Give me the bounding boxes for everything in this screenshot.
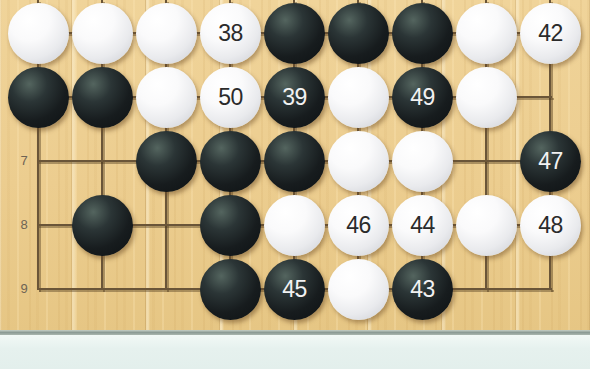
go-stone-white — [456, 195, 517, 256]
go-stone-black — [328, 3, 389, 64]
go-stone-black — [72, 67, 133, 128]
go-stone-black — [200, 195, 261, 256]
go-stone-black: 39 — [264, 67, 325, 128]
move-number: 49 — [410, 84, 435, 111]
go-stone-white: 46 — [328, 195, 389, 256]
go-stone-black: 43 — [392, 259, 453, 320]
move-number: 38 — [218, 20, 243, 47]
go-stone-white — [456, 67, 517, 128]
go-stone-white — [328, 67, 389, 128]
go-stone-black — [200, 259, 261, 320]
go-stone-white — [136, 67, 197, 128]
go-stone-white — [328, 259, 389, 320]
go-stone-white — [8, 3, 69, 64]
go-stone-black: 49 — [392, 67, 453, 128]
go-stone-black — [8, 67, 69, 128]
go-stone-white: 50 — [200, 67, 261, 128]
go-stone-black — [136, 131, 197, 192]
go-stone-white: 42 — [520, 3, 581, 64]
go-stone-black — [264, 3, 325, 64]
move-number: 45 — [282, 276, 307, 303]
move-number: 48 — [538, 212, 563, 239]
go-stone-white — [136, 3, 197, 64]
go-stone-black — [264, 131, 325, 192]
go-app-screen: 7893842503949474644484543 — [0, 0, 590, 369]
move-number: 50 — [218, 84, 243, 111]
go-stone-white — [456, 3, 517, 64]
move-number: 47 — [538, 148, 563, 175]
go-stone-white — [72, 3, 133, 64]
go-stone-black: 47 — [520, 131, 581, 192]
move-number: 39 — [282, 84, 307, 111]
go-stone-black: 45 — [264, 259, 325, 320]
row-coordinate-label: 8 — [13, 217, 35, 233]
move-number: 42 — [538, 20, 563, 47]
go-stone-white — [392, 131, 453, 192]
row-coordinate-label: 7 — [13, 153, 35, 169]
go-stone-white: 48 — [520, 195, 581, 256]
move-number: 46 — [346, 212, 371, 239]
go-stone-white: 38 — [200, 3, 261, 64]
move-number: 44 — [410, 212, 435, 239]
go-stone-black — [72, 195, 133, 256]
background-area — [0, 335, 590, 369]
go-stone-white: 44 — [392, 195, 453, 256]
go-stone-black — [200, 131, 261, 192]
move-number: 43 — [410, 276, 435, 303]
go-stone-white — [264, 195, 325, 256]
go-stone-white — [328, 131, 389, 192]
row-coordinate-label: 9 — [13, 281, 35, 297]
go-stone-black — [392, 3, 453, 64]
